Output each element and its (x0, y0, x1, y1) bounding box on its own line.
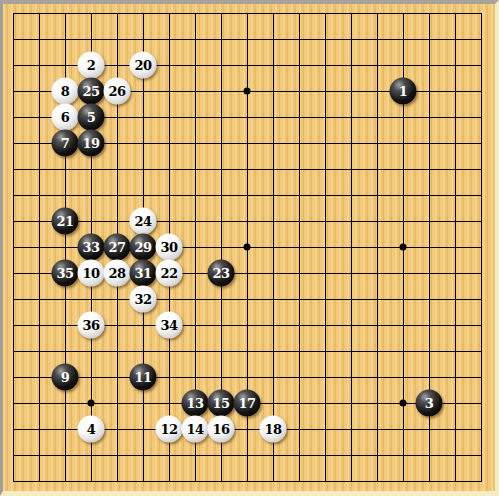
cell-6-2[interactable] (156, 52, 182, 78)
cell-0-14[interactable] (0, 364, 26, 390)
cell-13-6[interactable] (338, 156, 364, 182)
cell-13-8[interactable] (338, 208, 364, 234)
cell-0-5[interactable] (0, 130, 26, 156)
cell-0-8[interactable] (0, 208, 26, 234)
cell-9-4[interactable] (234, 104, 260, 130)
stone-black-13[interactable]: 13 (182, 390, 209, 417)
cell-10-14[interactable] (260, 364, 286, 390)
cell-11-6[interactable] (286, 156, 312, 182)
cell-1-9[interactable] (26, 234, 52, 260)
cell-9-7[interactable] (234, 182, 260, 208)
cell-3-0[interactable] (78, 0, 104, 26)
cell-5-12[interactable] (130, 312, 156, 338)
cell-4-13[interactable] (104, 338, 130, 364)
cell-5-10[interactable]: 31 (130, 260, 156, 286)
cell-18-13[interactable] (468, 338, 494, 364)
cell-9-13[interactable] (234, 338, 260, 364)
cell-13-15[interactable] (338, 390, 364, 416)
cell-2-13[interactable] (52, 338, 78, 364)
stone-black-5[interactable]: 5 (78, 104, 105, 131)
cell-18-0[interactable] (468, 0, 494, 26)
cell-3-7[interactable] (78, 182, 104, 208)
cell-5-8[interactable]: 24 (130, 208, 156, 234)
stone-white-14[interactable]: 14 (182, 416, 209, 443)
cell-5-3[interactable] (130, 78, 156, 104)
cell-2-4[interactable]: 6 (52, 104, 78, 130)
cell-0-11[interactable] (0, 286, 26, 312)
cell-8-5[interactable] (208, 130, 234, 156)
cell-1-2[interactable] (26, 52, 52, 78)
cell-2-11[interactable] (52, 286, 78, 312)
cell-13-10[interactable] (338, 260, 364, 286)
cell-4-9[interactable]: 27 (104, 234, 130, 260)
cell-3-4[interactable]: 5 (78, 104, 104, 130)
cell-7-3[interactable] (182, 78, 208, 104)
stone-black-29[interactable]: 29 (130, 234, 157, 261)
cell-4-17[interactable] (104, 442, 130, 468)
cell-12-13[interactable] (312, 338, 338, 364)
cell-18-9[interactable] (468, 234, 494, 260)
cell-7-18[interactable] (182, 468, 208, 494)
cell-14-17[interactable] (364, 442, 390, 468)
cell-0-2[interactable] (0, 52, 26, 78)
cell-18-14[interactable] (468, 364, 494, 390)
stone-white-30[interactable]: 30 (156, 234, 183, 261)
cell-4-3[interactable]: 26 (104, 78, 130, 104)
cell-12-6[interactable] (312, 156, 338, 182)
cell-13-12[interactable] (338, 312, 364, 338)
cell-12-17[interactable] (312, 442, 338, 468)
stone-black-11[interactable]: 11 (130, 364, 157, 391)
cell-3-8[interactable] (78, 208, 104, 234)
cell-6-15[interactable] (156, 390, 182, 416)
cell-1-1[interactable] (26, 26, 52, 52)
cell-16-15[interactable]: 3 (416, 390, 442, 416)
cell-8-11[interactable] (208, 286, 234, 312)
cell-6-18[interactable] (156, 468, 182, 494)
cell-11-18[interactable] (286, 468, 312, 494)
cell-18-10[interactable] (468, 260, 494, 286)
cell-0-9[interactable] (0, 234, 26, 260)
cell-17-2[interactable] (442, 52, 468, 78)
cell-12-10[interactable] (312, 260, 338, 286)
cell-11-10[interactable] (286, 260, 312, 286)
cell-5-13[interactable] (130, 338, 156, 364)
stone-white-22[interactable]: 22 (156, 260, 183, 287)
cell-15-1[interactable] (390, 26, 416, 52)
stone-white-20[interactable]: 20 (130, 52, 157, 79)
cell-13-2[interactable] (338, 52, 364, 78)
cell-11-7[interactable] (286, 182, 312, 208)
cell-15-17[interactable] (390, 442, 416, 468)
stone-white-24[interactable]: 24 (130, 208, 157, 235)
cell-10-3[interactable] (260, 78, 286, 104)
cell-9-6[interactable] (234, 156, 260, 182)
cell-11-14[interactable] (286, 364, 312, 390)
cell-17-12[interactable] (442, 312, 468, 338)
cell-4-6[interactable] (104, 156, 130, 182)
cell-0-0[interactable] (0, 0, 26, 26)
cell-0-17[interactable] (0, 442, 26, 468)
cell-16-0[interactable] (416, 0, 442, 26)
cell-7-11[interactable] (182, 286, 208, 312)
stone-white-28[interactable]: 28 (104, 260, 131, 287)
cell-1-7[interactable] (26, 182, 52, 208)
cell-0-4[interactable] (0, 104, 26, 130)
cell-12-18[interactable] (312, 468, 338, 494)
cell-5-7[interactable] (130, 182, 156, 208)
cell-6-1[interactable] (156, 26, 182, 52)
cell-10-10[interactable] (260, 260, 286, 286)
cell-13-9[interactable] (338, 234, 364, 260)
stone-white-16[interactable]: 16 (208, 416, 235, 443)
stone-black-21[interactable]: 21 (52, 208, 79, 235)
cell-13-3[interactable] (338, 78, 364, 104)
cell-17-17[interactable] (442, 442, 468, 468)
cell-1-18[interactable] (26, 468, 52, 494)
cell-4-18[interactable] (104, 468, 130, 494)
cell-3-18[interactable] (78, 468, 104, 494)
cell-8-12[interactable] (208, 312, 234, 338)
cell-11-12[interactable] (286, 312, 312, 338)
cell-1-6[interactable] (26, 156, 52, 182)
cell-12-1[interactable] (312, 26, 338, 52)
cell-1-15[interactable] (26, 390, 52, 416)
stone-white-4[interactable]: 4 (78, 416, 105, 443)
cell-14-15[interactable] (364, 390, 390, 416)
cell-13-0[interactable] (338, 0, 364, 26)
cell-9-9[interactable] (234, 234, 260, 260)
cell-5-16[interactable] (130, 416, 156, 442)
cell-12-7[interactable] (312, 182, 338, 208)
cell-16-3[interactable] (416, 78, 442, 104)
cell-7-1[interactable] (182, 26, 208, 52)
cell-15-2[interactable] (390, 52, 416, 78)
cell-10-9[interactable] (260, 234, 286, 260)
cell-6-16[interactable]: 12 (156, 416, 182, 442)
stone-white-2[interactable]: 2 (78, 52, 105, 79)
cell-5-9[interactable]: 29 (130, 234, 156, 260)
cell-7-0[interactable] (182, 0, 208, 26)
cell-14-9[interactable] (364, 234, 390, 260)
cell-9-10[interactable] (234, 260, 260, 286)
cell-12-11[interactable] (312, 286, 338, 312)
cell-14-7[interactable] (364, 182, 390, 208)
cell-8-10[interactable]: 23 (208, 260, 234, 286)
cell-2-2[interactable] (52, 52, 78, 78)
cell-8-1[interactable] (208, 26, 234, 52)
cell-18-6[interactable] (468, 156, 494, 182)
stone-white-8[interactable]: 8 (52, 78, 79, 105)
cell-9-14[interactable] (234, 364, 260, 390)
cell-5-5[interactable] (130, 130, 156, 156)
cell-0-3[interactable] (0, 78, 26, 104)
cell-6-4[interactable] (156, 104, 182, 130)
stone-black-1[interactable]: 1 (390, 78, 417, 105)
cell-8-2[interactable] (208, 52, 234, 78)
cell-8-18[interactable] (208, 468, 234, 494)
cell-6-6[interactable] (156, 156, 182, 182)
cell-7-8[interactable] (182, 208, 208, 234)
cell-16-14[interactable] (416, 364, 442, 390)
cell-0-13[interactable] (0, 338, 26, 364)
cell-18-12[interactable] (468, 312, 494, 338)
cell-14-5[interactable] (364, 130, 390, 156)
cell-5-14[interactable]: 11 (130, 364, 156, 390)
cell-8-16[interactable]: 16 (208, 416, 234, 442)
cell-7-6[interactable] (182, 156, 208, 182)
cell-15-13[interactable] (390, 338, 416, 364)
cell-1-11[interactable] (26, 286, 52, 312)
cell-1-8[interactable] (26, 208, 52, 234)
cell-7-15[interactable]: 13 (182, 390, 208, 416)
cell-4-11[interactable] (104, 286, 130, 312)
cell-8-3[interactable] (208, 78, 234, 104)
cell-13-1[interactable] (338, 26, 364, 52)
stone-black-9[interactable]: 9 (52, 364, 79, 391)
cell-8-8[interactable] (208, 208, 234, 234)
cell-12-16[interactable] (312, 416, 338, 442)
cell-4-14[interactable] (104, 364, 130, 390)
cell-16-16[interactable] (416, 416, 442, 442)
cell-6-12[interactable]: 34 (156, 312, 182, 338)
stone-white-26[interactable]: 26 (104, 78, 131, 105)
cell-17-3[interactable] (442, 78, 468, 104)
cell-7-7[interactable] (182, 182, 208, 208)
cell-1-16[interactable] (26, 416, 52, 442)
cell-9-11[interactable] (234, 286, 260, 312)
cell-9-3[interactable] (234, 78, 260, 104)
cell-13-13[interactable] (338, 338, 364, 364)
cell-3-12[interactable]: 36 (78, 312, 104, 338)
cell-13-16[interactable] (338, 416, 364, 442)
cell-10-8[interactable] (260, 208, 286, 234)
cell-5-0[interactable] (130, 0, 156, 26)
cell-1-0[interactable] (26, 0, 52, 26)
cell-11-1[interactable] (286, 26, 312, 52)
stone-white-6[interactable]: 6 (52, 104, 79, 131)
cell-2-6[interactable] (52, 156, 78, 182)
cell-14-2[interactable] (364, 52, 390, 78)
cell-8-4[interactable] (208, 104, 234, 130)
cell-10-4[interactable] (260, 104, 286, 130)
cell-3-2[interactable]: 2 (78, 52, 104, 78)
cell-9-17[interactable] (234, 442, 260, 468)
cell-3-14[interactable] (78, 364, 104, 390)
cell-10-0[interactable] (260, 0, 286, 26)
cell-15-5[interactable] (390, 130, 416, 156)
cell-7-4[interactable] (182, 104, 208, 130)
cell-16-7[interactable] (416, 182, 442, 208)
stone-white-34[interactable]: 34 (156, 312, 183, 339)
cell-2-5[interactable]: 7 (52, 130, 78, 156)
stone-black-33[interactable]: 33 (78, 234, 105, 261)
cell-12-5[interactable] (312, 130, 338, 156)
cell-18-17[interactable] (468, 442, 494, 468)
cell-15-0[interactable] (390, 0, 416, 26)
cell-11-15[interactable] (286, 390, 312, 416)
cell-14-8[interactable] (364, 208, 390, 234)
cell-11-8[interactable] (286, 208, 312, 234)
stone-black-3[interactable]: 3 (416, 390, 443, 417)
stone-white-12[interactable]: 12 (156, 416, 183, 443)
stone-black-25[interactable]: 25 (78, 78, 105, 105)
cell-2-17[interactable] (52, 442, 78, 468)
cell-1-5[interactable] (26, 130, 52, 156)
cell-10-13[interactable] (260, 338, 286, 364)
cell-2-0[interactable] (52, 0, 78, 26)
cell-4-15[interactable] (104, 390, 130, 416)
cell-18-1[interactable] (468, 26, 494, 52)
cell-18-2[interactable] (468, 52, 494, 78)
cell-1-14[interactable] (26, 364, 52, 390)
cell-11-4[interactable] (286, 104, 312, 130)
cell-13-14[interactable] (338, 364, 364, 390)
stone-black-27[interactable]: 27 (104, 234, 131, 261)
cell-4-5[interactable] (104, 130, 130, 156)
stone-white-32[interactable]: 32 (130, 286, 157, 313)
cell-17-8[interactable] (442, 208, 468, 234)
cell-6-7[interactable] (156, 182, 182, 208)
cell-9-2[interactable] (234, 52, 260, 78)
cell-15-10[interactable] (390, 260, 416, 286)
cell-17-6[interactable] (442, 156, 468, 182)
cell-9-15[interactable]: 17 (234, 390, 260, 416)
cell-18-16[interactable] (468, 416, 494, 442)
cell-2-1[interactable] (52, 26, 78, 52)
cell-14-18[interactable] (364, 468, 390, 494)
cell-12-0[interactable] (312, 0, 338, 26)
cell-13-17[interactable] (338, 442, 364, 468)
cell-6-5[interactable] (156, 130, 182, 156)
cell-10-15[interactable] (260, 390, 286, 416)
cell-14-16[interactable] (364, 416, 390, 442)
cell-7-10[interactable] (182, 260, 208, 286)
stone-white-10[interactable]: 10 (78, 260, 105, 287)
stone-black-19[interactable]: 19 (78, 130, 105, 157)
cell-0-10[interactable] (0, 260, 26, 286)
cell-10-18[interactable] (260, 468, 286, 494)
cell-14-6[interactable] (364, 156, 390, 182)
cell-8-9[interactable] (208, 234, 234, 260)
cell-7-16[interactable]: 14 (182, 416, 208, 442)
cell-16-1[interactable] (416, 26, 442, 52)
cell-10-5[interactable] (260, 130, 286, 156)
cell-7-5[interactable] (182, 130, 208, 156)
cell-10-12[interactable] (260, 312, 286, 338)
cell-18-8[interactable] (468, 208, 494, 234)
cell-6-14[interactable] (156, 364, 182, 390)
cell-18-3[interactable] (468, 78, 494, 104)
cell-12-15[interactable] (312, 390, 338, 416)
cell-3-15[interactable] (78, 390, 104, 416)
cell-3-16[interactable]: 4 (78, 416, 104, 442)
cell-14-0[interactable] (364, 0, 390, 26)
cell-13-18[interactable] (338, 468, 364, 494)
cell-15-11[interactable] (390, 286, 416, 312)
cell-14-11[interactable] (364, 286, 390, 312)
cell-11-2[interactable] (286, 52, 312, 78)
cell-7-14[interactable] (182, 364, 208, 390)
cell-10-7[interactable] (260, 182, 286, 208)
stone-black-31[interactable]: 31 (130, 260, 157, 287)
cell-17-1[interactable] (442, 26, 468, 52)
cell-13-7[interactable] (338, 182, 364, 208)
cell-0-18[interactable] (0, 468, 26, 494)
stone-black-35[interactable]: 35 (52, 260, 79, 287)
cell-0-16[interactable] (0, 416, 26, 442)
cell-3-1[interactable] (78, 26, 104, 52)
cell-11-0[interactable] (286, 0, 312, 26)
cell-11-11[interactable] (286, 286, 312, 312)
cell-6-8[interactable] (156, 208, 182, 234)
cell-11-17[interactable] (286, 442, 312, 468)
cell-5-15[interactable] (130, 390, 156, 416)
cell-9-18[interactable] (234, 468, 260, 494)
cell-0-12[interactable] (0, 312, 26, 338)
cell-6-13[interactable] (156, 338, 182, 364)
cell-2-7[interactable] (52, 182, 78, 208)
cell-16-18[interactable] (416, 468, 442, 494)
cell-11-13[interactable] (286, 338, 312, 364)
cell-14-13[interactable] (364, 338, 390, 364)
cell-18-7[interactable] (468, 182, 494, 208)
cell-5-1[interactable] (130, 26, 156, 52)
cell-8-6[interactable] (208, 156, 234, 182)
cell-17-11[interactable] (442, 286, 468, 312)
cell-8-15[interactable]: 15 (208, 390, 234, 416)
cell-17-10[interactable] (442, 260, 468, 286)
cell-18-15[interactable] (468, 390, 494, 416)
cell-4-12[interactable] (104, 312, 130, 338)
cell-17-13[interactable] (442, 338, 468, 364)
cell-2-18[interactable] (52, 468, 78, 494)
cell-3-11[interactable] (78, 286, 104, 312)
cell-5-11[interactable]: 32 (130, 286, 156, 312)
cell-3-9[interactable]: 33 (78, 234, 104, 260)
cell-17-14[interactable] (442, 364, 468, 390)
cell-3-10[interactable]: 10 (78, 260, 104, 286)
cell-0-6[interactable] (0, 156, 26, 182)
cell-3-3[interactable]: 25 (78, 78, 104, 104)
cell-8-7[interactable] (208, 182, 234, 208)
cell-13-11[interactable] (338, 286, 364, 312)
cell-4-10[interactable]: 28 (104, 260, 130, 286)
cell-12-4[interactable] (312, 104, 338, 130)
cell-15-9[interactable] (390, 234, 416, 260)
cell-5-17[interactable] (130, 442, 156, 468)
cell-12-9[interactable] (312, 234, 338, 260)
cell-10-2[interactable] (260, 52, 286, 78)
cell-15-16[interactable] (390, 416, 416, 442)
cell-6-17[interactable] (156, 442, 182, 468)
cell-6-3[interactable] (156, 78, 182, 104)
cell-3-17[interactable] (78, 442, 104, 468)
cell-5-4[interactable] (130, 104, 156, 130)
cell-1-10[interactable] (26, 260, 52, 286)
stone-white-18[interactable]: 18 (260, 416, 287, 443)
cell-1-17[interactable] (26, 442, 52, 468)
cell-7-9[interactable] (182, 234, 208, 260)
cell-17-9[interactable] (442, 234, 468, 260)
cell-12-8[interactable] (312, 208, 338, 234)
cell-8-17[interactable] (208, 442, 234, 468)
cell-11-9[interactable] (286, 234, 312, 260)
cell-17-4[interactable] (442, 104, 468, 130)
cell-18-4[interactable] (468, 104, 494, 130)
cell-16-12[interactable] (416, 312, 442, 338)
cell-4-0[interactable] (104, 0, 130, 26)
